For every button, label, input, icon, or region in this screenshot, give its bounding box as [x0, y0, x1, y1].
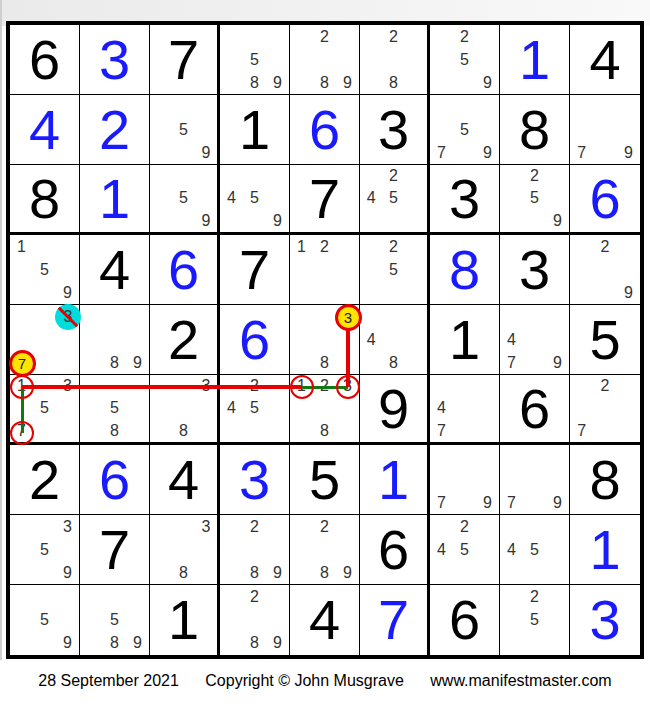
given-digit: 1 — [449, 312, 480, 368]
sudoku-grid: 6375892892825914425916357987981594597245… — [10, 25, 640, 655]
pencil-marks: 289 — [220, 515, 289, 584]
pencil-marks: 259 — [500, 165, 569, 232]
solved-digit: 3 — [239, 452, 270, 508]
pencil-marks: 79 — [570, 95, 640, 164]
pencil-marks: 579 — [430, 95, 499, 164]
cell-r2c5[interactable]: 6 — [290, 95, 360, 165]
pencil-marks: 1357 — [10, 375, 79, 442]
cell-r4c6[interactable]: 25 — [360, 235, 430, 305]
pencil-mark: 4 — [500, 538, 523, 561]
pencil-mark: 2 — [313, 375, 336, 397]
pencil-mark: 3 — [56, 515, 79, 538]
pencil-mark: 8 — [382, 351, 404, 374]
pencil-mark: 9 — [336, 561, 359, 584]
given-digit: 6 — [378, 522, 409, 578]
given-digit: 7 — [309, 171, 340, 227]
given-digit: 2 — [168, 312, 199, 368]
pencil-mark: 8 — [313, 71, 336, 94]
pencil-mark: 9 — [126, 351, 149, 374]
cell-r6c1[interactable]: 1357 — [10, 375, 80, 445]
cell-r4c5[interactable]: 12 — [290, 235, 360, 305]
pencil-marks: 79 — [500, 445, 569, 514]
cell-r1c9[interactable]: 4 — [570, 25, 640, 95]
solved-digit: 6 — [239, 312, 270, 368]
pencil-mark: 5 — [382, 258, 404, 281]
pencil-mark: 4 — [360, 328, 382, 351]
pencil-mark: 8 — [172, 561, 194, 584]
pencil-mark: 9 — [266, 632, 289, 655]
cell-r5c4[interactable]: 6 — [220, 305, 290, 375]
cell-r2c1[interactable]: 4 — [10, 95, 80, 165]
given-digit: 7 — [239, 242, 270, 298]
pencil-mark: 5 — [172, 187, 194, 209]
pencil-mark: 2 — [382, 235, 404, 258]
cell-r1c2[interactable]: 3 — [80, 25, 150, 95]
cell-r3c3[interactable]: 59 — [150, 165, 220, 235]
pencil-mark: 1 — [290, 375, 313, 397]
pencil-marks: 289 — [290, 515, 359, 584]
cell-r8c4[interactable]: 289 — [220, 515, 290, 585]
pencil-marks: 59 — [10, 585, 79, 655]
cell-r1c4[interactable]: 589 — [220, 25, 290, 95]
solved-digit: 6 — [309, 102, 340, 158]
pencil-mark: 7 — [430, 491, 453, 514]
solved-digit: 1 — [99, 171, 130, 227]
cell-r9c6[interactable]: 7 — [360, 585, 430, 655]
pencil-mark: 2 — [243, 515, 266, 538]
given-digit: 8 — [589, 452, 620, 508]
pencil-marks: 38 — [290, 305, 359, 374]
pencil-marks: 589 — [220, 25, 289, 94]
cell-r1c6[interactable]: 28 — [360, 25, 430, 95]
pencil-mark: 2 — [453, 25, 476, 48]
pencil-mark: 2 — [243, 375, 266, 397]
pencil-marks: 245 — [430, 515, 499, 584]
pencil-marks: 589 — [80, 585, 149, 655]
cell-r6c9[interactable]: 27 — [570, 375, 640, 445]
cell-r2c4[interactable]: 1 — [220, 95, 290, 165]
pencil-mark: 9 — [336, 71, 359, 94]
footer-date: 28 September 2021 — [38, 672, 179, 689]
pencil-marks: 89 — [80, 305, 149, 374]
pencil-mark: 3 — [56, 305, 79, 328]
cell-r4c7[interactable]: 8 — [430, 235, 500, 305]
pencil-mark: 8 — [103, 420, 126, 442]
pencil-marks: 359 — [10, 515, 79, 584]
cell-r9c8[interactable]: 25 — [500, 585, 570, 655]
pencil-marks: 479 — [500, 305, 569, 374]
window-left-edge — [0, 0, 2, 660]
pencil-mark: 5 — [453, 538, 476, 561]
pencil-mark: 7 — [570, 420, 593, 442]
pencil-mark: 8 — [313, 561, 336, 584]
pencil-mark: 5 — [33, 258, 56, 281]
pencil-mark: 8 — [243, 632, 266, 655]
pencil-mark: 9 — [617, 141, 640, 164]
solved-digit: 1 — [519, 32, 550, 88]
pencil-mark: 5 — [33, 397, 56, 419]
pencil-mark: 9 — [476, 491, 499, 514]
given-digit: 6 — [29, 32, 60, 88]
pencil-marks: 45 — [500, 515, 569, 584]
solved-digit: 6 — [589, 171, 620, 227]
cell-r3c4[interactable]: 459 — [220, 165, 290, 235]
pencil-marks: 12 — [290, 235, 359, 304]
cell-r9c4[interactable]: 289 — [220, 585, 290, 655]
cell-r7c8[interactable]: 79 — [500, 445, 570, 515]
pencil-mark: 9 — [266, 210, 289, 232]
pencil-mark: 9 — [266, 561, 289, 584]
cell-r3c2[interactable]: 1 — [80, 165, 150, 235]
given-digit: 2 — [29, 452, 60, 508]
pencil-mark: 9 — [126, 632, 149, 655]
pencil-marks: 459 — [220, 165, 289, 232]
pencil-mark: 4 — [220, 187, 243, 209]
pencil-mark: 2 — [593, 375, 616, 397]
pencil-mark: 4 — [220, 397, 243, 419]
pencil-mark: 1 — [10, 375, 33, 397]
cell-r4c8[interactable]: 3 — [500, 235, 570, 305]
cell-r7c9[interactable]: 8 — [570, 445, 640, 515]
cell-r3c5[interactable]: 7 — [290, 165, 360, 235]
pencil-mark: 2 — [523, 585, 546, 608]
cell-r3c9[interactable]: 6 — [570, 165, 640, 235]
pencil-mark: 9 — [546, 491, 569, 514]
sudoku-board: 6375892892825914425916357987981594597245… — [6, 21, 644, 659]
cell-r2c8[interactable]: 8 — [500, 95, 570, 165]
cell-r7c1[interactable]: 2 — [10, 445, 80, 515]
pencil-marks: 289 — [220, 585, 289, 655]
given-digit: 7 — [168, 32, 199, 88]
cell-r7c6[interactable]: 1 — [360, 445, 430, 515]
cell-r7c5[interactable]: 5 — [290, 445, 360, 515]
cell-r2c2[interactable]: 2 — [80, 95, 150, 165]
cell-r1c5[interactable]: 289 — [290, 25, 360, 95]
given-digit: 3 — [449, 171, 480, 227]
pencil-mark: 9 — [617, 281, 640, 304]
cell-r4c2[interactable]: 4 — [80, 235, 150, 305]
cell-r2c6[interactable]: 3 — [360, 95, 430, 165]
footer-copyright: Copyright © John Musgrave — [205, 672, 404, 689]
cell-r9c7[interactable]: 6 — [430, 585, 500, 655]
cell-r7c7[interactable]: 79 — [430, 445, 500, 515]
pencil-mark: 2 — [243, 585, 266, 608]
pencil-marks: 59 — [150, 165, 217, 232]
pencil-mark: 7 — [430, 420, 453, 442]
pencil-mark: 5 — [33, 608, 56, 631]
pencil-mark: 9 — [56, 281, 79, 304]
cell-r8c9[interactable]: 1 — [570, 515, 640, 585]
pencil-marks: 47 — [430, 375, 499, 442]
pencil-mark: 4 — [430, 538, 453, 561]
pencil-mark: 8 — [243, 561, 266, 584]
pencil-marks: 259 — [430, 25, 499, 94]
pencil-mark: 7 — [570, 141, 593, 164]
solved-digit: 6 — [99, 452, 130, 508]
cell-r5c3[interactable]: 2 — [150, 305, 220, 375]
given-digit: 9 — [378, 381, 409, 437]
pencil-mark: 4 — [430, 397, 453, 419]
pencil-marks: 58 — [80, 375, 149, 442]
pencil-mark: 9 — [56, 561, 79, 584]
pencil-mark: 8 — [172, 420, 194, 442]
cell-r2c3[interactable]: 59 — [150, 95, 220, 165]
cell-r1c1[interactable]: 6 — [10, 25, 80, 95]
cell-r3c8[interactable]: 259 — [500, 165, 570, 235]
pencil-mark: 8 — [103, 351, 126, 374]
pencil-mark: 5 — [523, 187, 546, 209]
given-digit: 6 — [519, 381, 550, 437]
given-digit: 4 — [99, 242, 130, 298]
pencil-marks: 29 — [570, 235, 640, 304]
cell-r2c9[interactable]: 79 — [570, 95, 640, 165]
pencil-mark: 2 — [313, 515, 336, 538]
pencil-mark: 8 — [313, 351, 336, 374]
pencil-mark: 2 — [453, 515, 476, 538]
cell-r3c1[interactable]: 8 — [10, 165, 80, 235]
pencil-mark: 7 — [430, 141, 453, 164]
pencil-mark: 5 — [172, 118, 194, 141]
pencil-mark: 5 — [382, 187, 404, 209]
pencil-mark: 2 — [313, 25, 336, 48]
pencil-mark: 9 — [266, 71, 289, 94]
pencil-mark: 8 — [103, 632, 126, 655]
cell-r1c8[interactable]: 1 — [500, 25, 570, 95]
pencil-marks: 38 — [150, 515, 217, 584]
pencil-mark: 9 — [476, 141, 499, 164]
pencil-mark: 9 — [195, 210, 217, 232]
cell-r6c8[interactable]: 6 — [500, 375, 570, 445]
solved-digit: 4 — [29, 102, 60, 158]
cell-r9c3[interactable]: 1 — [150, 585, 220, 655]
cell-r9c1[interactable]: 59 — [10, 585, 80, 655]
pencil-mark: 3 — [56, 375, 79, 397]
cell-r5c1[interactable]: 37 — [10, 305, 80, 375]
given-digit: 4 — [589, 32, 620, 88]
pencil-mark: 3 — [336, 305, 359, 328]
cell-r6c3[interactable]: 38 — [150, 375, 220, 445]
given-digit: 3 — [519, 242, 550, 298]
cell-r8c3[interactable]: 38 — [150, 515, 220, 585]
cell-r4c4[interactable]: 7 — [220, 235, 290, 305]
pencil-mark: 1 — [10, 235, 33, 258]
pencil-mark: 4 — [500, 328, 523, 351]
pencil-mark: 5 — [243, 187, 266, 209]
pencil-marks: 37 — [10, 305, 79, 374]
pencil-mark: 3 — [195, 515, 217, 538]
pencil-mark: 7 — [500, 351, 523, 374]
pencil-mark: 9 — [476, 71, 499, 94]
pencil-mark: 2 — [382, 25, 404, 48]
pencil-marks: 38 — [150, 375, 217, 442]
cell-r7c3[interactable]: 4 — [150, 445, 220, 515]
cell-r8c5[interactable]: 289 — [290, 515, 360, 585]
footer-website[interactable]: www.manifestmaster.com — [430, 672, 611, 689]
pencil-mark: 5 — [243, 48, 266, 71]
cell-r5c7[interactable]: 1 — [430, 305, 500, 375]
pencil-mark: 3 — [336, 375, 359, 397]
cell-r3c6[interactable]: 245 — [360, 165, 430, 235]
cell-r6c2[interactable]: 58 — [80, 375, 150, 445]
cell-r8c7[interactable]: 245 — [430, 515, 500, 585]
given-digit: 5 — [309, 452, 340, 508]
sudoku-page: 6375892892825914425916357987981594597245… — [0, 0, 650, 720]
pencil-mark: 5 — [33, 538, 56, 561]
given-digit: 1 — [168, 592, 199, 648]
cell-r8c2[interactable]: 7 — [80, 515, 150, 585]
cell-r8c1[interactable]: 359 — [10, 515, 80, 585]
pencil-mark: 8 — [382, 71, 404, 94]
pencil-mark: 5 — [243, 397, 266, 419]
cell-r4c1[interactable]: 159 — [10, 235, 80, 305]
solved-digit: 2 — [99, 102, 130, 158]
solved-digit: 6 — [168, 242, 199, 298]
given-digit: 5 — [589, 312, 620, 368]
given-digit: 7 — [99, 522, 130, 578]
cell-r6c6[interactable]: 9 — [360, 375, 430, 445]
pencil-mark: 5 — [453, 118, 476, 141]
pencil-mark: 9 — [546, 351, 569, 374]
pencil-marks: 245 — [360, 165, 427, 232]
given-digit: 8 — [29, 171, 60, 227]
pencil-marks: 27 — [570, 375, 640, 442]
cell-r6c5[interactable]: 1238 — [290, 375, 360, 445]
pencil-mark: 9 — [546, 210, 569, 232]
pencil-marks: 79 — [430, 445, 499, 514]
cell-r8c6[interactable]: 6 — [360, 515, 430, 585]
given-digit: 4 — [168, 452, 199, 508]
cell-r9c2[interactable]: 589 — [80, 585, 150, 655]
cell-r9c5[interactable]: 4 — [290, 585, 360, 655]
solved-digit: 1 — [378, 452, 409, 508]
footer: 28 September 2021 Copyright © John Musgr… — [0, 672, 650, 690]
cell-r5c8[interactable]: 479 — [500, 305, 570, 375]
pencil-mark: 3 — [195, 375, 217, 397]
solved-digit: 7 — [378, 592, 409, 648]
pencil-mark: 9 — [195, 141, 217, 164]
solved-digit: 3 — [99, 32, 130, 88]
pencil-marks: 245 — [220, 375, 289, 442]
pencil-mark: 7 — [10, 351, 33, 374]
cell-r1c3[interactable]: 7 — [150, 25, 220, 95]
pencil-mark: 5 — [453, 48, 476, 71]
cell-r5c9[interactable]: 5 — [570, 305, 640, 375]
cell-r9c9[interactable]: 3 — [570, 585, 640, 655]
pencil-mark: 1 — [290, 235, 313, 258]
cell-r4c3[interactable]: 6 — [150, 235, 220, 305]
cell-r3c7[interactable]: 3 — [430, 165, 500, 235]
pencil-mark: 7 — [500, 491, 523, 514]
pencil-marks: 289 — [290, 25, 359, 94]
pencil-mark: 9 — [56, 632, 79, 655]
cell-r5c2[interactable]: 89 — [80, 305, 150, 375]
pencil-mark: 8 — [243, 71, 266, 94]
pencil-mark: 5 — [523, 608, 546, 631]
cell-r6c4[interactable]: 245 — [220, 375, 290, 445]
pencil-mark: 5 — [103, 397, 126, 419]
given-digit: 8 — [519, 102, 550, 158]
pencil-mark: 2 — [523, 165, 546, 187]
pencil-mark: 5 — [103, 608, 126, 631]
pencil-marks: 48 — [360, 305, 427, 374]
pencil-marks: 59 — [150, 95, 217, 164]
given-digit: 1 — [239, 102, 270, 158]
given-digit: 6 — [449, 592, 480, 648]
given-digit: 4 — [309, 592, 340, 648]
pencil-marks: 1238 — [290, 375, 359, 442]
given-digit: 3 — [378, 102, 409, 158]
pencil-marks: 25 — [360, 235, 427, 304]
pencil-mark: 4 — [360, 187, 382, 209]
pencil-mark: 2 — [382, 165, 404, 187]
cell-r1c7[interactable]: 259 — [430, 25, 500, 95]
cell-r2c7[interactable]: 579 — [430, 95, 500, 165]
cell-r8c8[interactable]: 45 — [500, 515, 570, 585]
cell-r7c4[interactable]: 3 — [220, 445, 290, 515]
pencil-marks: 159 — [10, 235, 79, 304]
cell-r5c5[interactable]: 38 — [290, 305, 360, 375]
cell-r6c7[interactable]: 47 — [430, 375, 500, 445]
cell-r7c2[interactable]: 6 — [80, 445, 150, 515]
cell-r4c9[interactable]: 29 — [570, 235, 640, 305]
pencil-mark: 5 — [523, 538, 546, 561]
pencil-mark: 2 — [593, 235, 616, 258]
cell-r5c6[interactable]: 48 — [360, 305, 430, 375]
solved-digit: 1 — [589, 522, 620, 578]
pencil-mark: 8 — [313, 420, 336, 442]
solved-digit: 3 — [589, 592, 620, 648]
pencil-mark: 2 — [313, 235, 336, 258]
pencil-marks: 25 — [500, 585, 569, 655]
solved-digit: 8 — [449, 242, 480, 298]
pencil-mark: 7 — [10, 420, 33, 442]
pencil-marks: 28 — [360, 25, 427, 94]
